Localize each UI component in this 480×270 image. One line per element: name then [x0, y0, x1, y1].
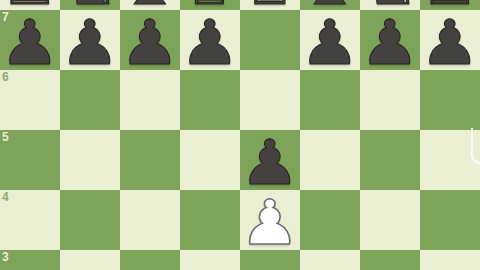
rank-label-5: 5 — [2, 130, 9, 144]
square-d6[interactable] — [180, 70, 240, 130]
square-f6[interactable] — [300, 70, 360, 130]
square-h4[interactable] — [420, 190, 480, 250]
square-b6[interactable] — [60, 70, 120, 130]
square-f7[interactable]: ♟ — [300, 10, 360, 70]
square-h7[interactable]: ♟ — [420, 10, 480, 70]
square-g3[interactable] — [360, 250, 420, 270]
piece-black-pawn-h7[interactable]: ♟ — [420, 13, 480, 73]
square-a7[interactable]: 7♟ — [0, 10, 60, 70]
square-f3[interactable] — [300, 250, 360, 270]
square-f5[interactable] — [300, 130, 360, 190]
square-d5[interactable] — [180, 130, 240, 190]
square-c7[interactable]: ♟ — [120, 10, 180, 70]
square-e5[interactable]: ♟ — [240, 130, 300, 190]
piece-black-pawn-g7[interactable]: ♟ — [360, 13, 420, 73]
square-a4[interactable]: 4 — [0, 190, 60, 250]
square-c5[interactable] — [120, 130, 180, 190]
square-h5[interactable] — [420, 130, 480, 190]
square-g4[interactable] — [360, 190, 420, 250]
square-c3[interactable] — [120, 250, 180, 270]
square-g6[interactable] — [360, 70, 420, 130]
square-b5[interactable] — [60, 130, 120, 190]
square-h6[interactable] — [420, 70, 480, 130]
square-e8[interactable]: ♚ — [240, 0, 300, 10]
piece-black-pawn-a7[interactable]: ♟ — [0, 13, 60, 73]
square-a5[interactable]: 5 — [0, 130, 60, 190]
square-d3[interactable] — [180, 250, 240, 270]
piece-black-pawn-b7[interactable]: ♟ — [60, 13, 120, 73]
board-viewport: ♜♞♝♛♚♝♞♜7♟♟♟♟♟♟♟65♟4♟3♟♟♟♟♟♟♟♜♞♝♛♚♝♞♜ — [0, 0, 480, 270]
square-e4[interactable]: ♟ — [240, 190, 300, 250]
square-d7[interactable]: ♟ — [180, 10, 240, 70]
piece-black-pawn-d7[interactable]: ♟ — [180, 13, 240, 73]
chess-board: ♜♞♝♛♚♝♞♜7♟♟♟♟♟♟♟65♟4♟3♟♟♟♟♟♟♟♜♞♝♛♚♝♞♜ — [0, 0, 480, 270]
square-e7[interactable] — [240, 10, 300, 70]
piece-black-pawn-f7[interactable]: ♟ — [300, 13, 360, 73]
piece-black-pawn-e5[interactable]: ♟ — [240, 133, 300, 193]
piece-white-pawn-e4[interactable]: ♟ — [240, 193, 300, 253]
square-b7[interactable]: ♟ — [60, 10, 120, 70]
square-g7[interactable]: ♟ — [360, 10, 420, 70]
rank-label-4: 4 — [2, 190, 9, 204]
square-b3[interactable] — [60, 250, 120, 270]
square-e3[interactable] — [240, 250, 300, 270]
square-h3[interactable] — [420, 250, 480, 270]
square-c4[interactable] — [120, 190, 180, 250]
piece-black-pawn-c7[interactable]: ♟ — [120, 13, 180, 73]
square-c6[interactable] — [120, 70, 180, 130]
square-d4[interactable] — [180, 190, 240, 250]
square-e6[interactable] — [240, 70, 300, 130]
square-g5[interactable] — [360, 130, 420, 190]
square-f4[interactable] — [300, 190, 360, 250]
rank-label-3: 3 — [2, 250, 9, 264]
rank-label-6: 6 — [2, 70, 9, 84]
square-b4[interactable] — [60, 190, 120, 250]
square-a6[interactable]: 6 — [0, 70, 60, 130]
square-a3[interactable]: 3 — [0, 250, 60, 270]
